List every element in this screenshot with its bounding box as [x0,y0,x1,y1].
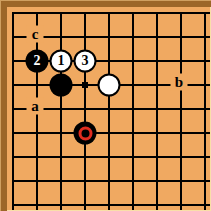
black-stone: 2 [26,50,49,73]
grid-line-vertical [108,12,110,210]
grid-line-vertical [60,12,62,210]
star-point [82,82,88,88]
board-frame-top-highlight [0,0,211,1]
grid-line-vertical [180,12,182,210]
grid-line-vertical [132,12,134,210]
white-stone: 1 [50,50,73,73]
move-number: 3 [82,54,89,69]
grid-line-vertical [84,12,86,210]
board-frame-left-highlight [0,0,1,211]
grid-line-vertical [12,12,14,210]
board-edge-bottom [0,210,211,211]
grid-line-vertical [156,12,158,210]
circle-mark-icon [78,126,92,140]
point-label: b [171,74,188,91]
board-frame-left [1,0,7,211]
board-frame-top [1,1,211,7]
board-edge-right [210,0,211,211]
white-stone: 3 [74,50,97,73]
black-stone [50,74,73,97]
point-label: a [27,98,44,115]
go-board-diagram: 213cba [0,0,211,211]
black-stone [74,122,97,145]
move-number: 1 [58,54,65,69]
move-number: 2 [34,54,41,69]
grid-line-vertical [204,12,206,210]
point-label: c [27,26,44,43]
white-stone [98,74,121,97]
